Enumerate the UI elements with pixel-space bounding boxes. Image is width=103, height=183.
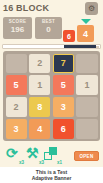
score-value: 196 xyxy=(3,25,32,34)
cell-r3c3[interactable] xyxy=(76,119,97,138)
cell-r0c0[interactable] xyxy=(6,54,27,73)
cell-r3c0[interactable]: 3 xyxy=(6,119,27,138)
hammer-powerup-button[interactable]: ⚒ x3 xyxy=(26,145,44,165)
ad-banner-line2: Adaptive Banner xyxy=(0,175,103,181)
rotate-icon: ⟳ xyxy=(6,145,24,161)
best-label: BEST xyxy=(35,19,62,24)
swap-icon xyxy=(44,147,57,160)
cell-r0c3[interactable] xyxy=(76,54,97,73)
cell-r0c2[interactable]: 7 xyxy=(53,54,74,73)
cell-r1c2[interactable]: 5 xyxy=(53,75,74,94)
next-tile-upcoming: 6 xyxy=(63,30,75,42)
cell-r2c2[interactable]: 3 xyxy=(53,97,74,116)
next-tile-pointer-icon xyxy=(81,19,91,24)
test-ad-banner[interactable]: This is a Test Adaptive Banner xyxy=(0,167,103,183)
game-board: 2 7 5 1 5 1 2 8 3 3 4 6 xyxy=(3,51,100,141)
hammer-icon: ⚒ xyxy=(26,145,44,161)
level-progress-bar xyxy=(2,44,101,49)
cell-r2c1[interactable]: 8 xyxy=(29,97,50,116)
cell-r1c3[interactable]: 1 xyxy=(76,75,97,94)
gear-icon: ⚙ xyxy=(88,4,95,13)
next-tile-current: 4 xyxy=(77,25,94,42)
rotate-count: x3 xyxy=(19,160,24,165)
score-label: SCORE xyxy=(3,19,32,24)
cell-r3c2[interactable]: 6 xyxy=(53,119,74,138)
cell-r1c1[interactable]: 1 xyxy=(29,75,50,94)
open-button[interactable]: OPEN xyxy=(74,151,99,161)
rotate-powerup-button[interactable]: ⟳ x3 xyxy=(6,145,24,165)
progress-fill xyxy=(64,45,96,48)
best-box: BEST 0 xyxy=(35,17,62,39)
cell-r3c1[interactable]: 4 xyxy=(29,119,50,138)
cell-r2c0[interactable]: 2 xyxy=(6,97,27,116)
score-box: SCORE 196 xyxy=(3,17,32,39)
best-value: 0 xyxy=(35,25,62,34)
progress-end-marker xyxy=(96,46,99,49)
cell-r1c0[interactable]: 5 xyxy=(6,75,27,94)
swap-powerup-button[interactable]: x1 xyxy=(44,145,62,165)
settings-button[interactable]: ⚙ xyxy=(85,2,98,15)
page-title: 16 BLOCK xyxy=(3,3,49,13)
cell-r0c1[interactable]: 2 xyxy=(29,54,50,73)
swap-count: x1 xyxy=(57,160,62,165)
cell-r2c3[interactable] xyxy=(76,97,97,116)
